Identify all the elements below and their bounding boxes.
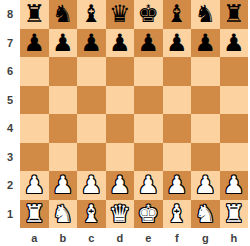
square-h8[interactable]: ♜: [220, 0, 249, 29]
piece-white-rook: ♜: [223, 200, 245, 229]
square-g8[interactable]: ♞: [191, 0, 220, 29]
square-h5[interactable]: [220, 86, 249, 115]
piece-black-rook: ♜: [223, 0, 245, 29]
square-d6[interactable]: [106, 57, 135, 86]
file-label-d: d: [106, 228, 135, 246]
square-h6[interactable]: [220, 57, 249, 86]
piece-black-pawn: ♟: [52, 29, 74, 58]
square-f2[interactable]: ♟: [163, 171, 192, 200]
square-a1[interactable]: ♜: [20, 200, 49, 229]
piece-white-bishop: ♝: [80, 200, 102, 229]
square-b8[interactable]: ♞: [49, 0, 78, 29]
piece-black-bishop: ♝: [80, 0, 102, 29]
square-e7[interactable]: ♟: [134, 29, 163, 58]
piece-black-knight: ♞: [52, 0, 74, 29]
piece-black-pawn: ♟: [137, 29, 159, 58]
square-c3[interactable]: [77, 143, 106, 172]
square-b3[interactable]: [49, 143, 78, 172]
square-c5[interactable]: [77, 86, 106, 115]
square-h2[interactable]: ♟: [220, 171, 249, 200]
square-a6[interactable]: [20, 57, 49, 86]
square-e4[interactable]: [134, 114, 163, 143]
file-label-c: c: [77, 228, 106, 246]
file-labels: abcdefgh: [20, 228, 248, 246]
rank-label-5: 5: [0, 86, 20, 115]
piece-white-queen: ♛: [109, 200, 131, 229]
piece-white-bishop: ♝: [166, 200, 188, 229]
piece-white-king: ♚: [137, 200, 159, 229]
file-label-b: b: [49, 228, 78, 246]
square-b4[interactable]: [49, 114, 78, 143]
square-d5[interactable]: [106, 86, 135, 115]
square-a8[interactable]: ♜: [20, 0, 49, 29]
rank-label-1: 1: [0, 200, 20, 229]
square-a4[interactable]: [20, 114, 49, 143]
square-b2[interactable]: ♟: [49, 171, 78, 200]
piece-white-pawn: ♟: [166, 171, 188, 200]
rank-label-8: 8: [0, 0, 20, 29]
piece-black-queen: ♛: [109, 0, 131, 29]
square-e6[interactable]: [134, 57, 163, 86]
piece-white-pawn: ♟: [52, 171, 74, 200]
corner-spacer: [0, 228, 20, 246]
piece-black-pawn: ♟: [80, 29, 102, 58]
piece-black-king: ♚: [137, 0, 159, 29]
board-layout: 87654321 ♜♞♝♛♚♝♞♜♟♟♟♟♟♟♟♟♟♟♟♟♟♟♟♟♜♞♝♛♚♝♞…: [0, 0, 250, 246]
square-g7[interactable]: ♟: [191, 29, 220, 58]
square-a7[interactable]: ♟: [20, 29, 49, 58]
square-f7[interactable]: ♟: [163, 29, 192, 58]
piece-black-pawn: ♟: [23, 29, 45, 58]
square-b5[interactable]: [49, 86, 78, 115]
piece-white-pawn: ♟: [23, 171, 45, 200]
square-h1[interactable]: ♜: [220, 200, 249, 229]
piece-black-pawn: ♟: [194, 29, 216, 58]
square-h3[interactable]: [220, 143, 249, 172]
square-g1[interactable]: ♞: [191, 200, 220, 229]
file-label-e: e: [134, 228, 163, 246]
piece-white-pawn: ♟: [80, 171, 102, 200]
rank-labels: 87654321: [0, 0, 20, 228]
file-label-h: h: [220, 228, 249, 246]
square-d7[interactable]: ♟: [106, 29, 135, 58]
square-d2[interactable]: ♟: [106, 171, 135, 200]
square-e1[interactable]: ♚: [134, 200, 163, 229]
piece-white-pawn: ♟: [223, 171, 245, 200]
square-g6[interactable]: [191, 57, 220, 86]
square-g2[interactable]: ♟: [191, 171, 220, 200]
square-a3[interactable]: [20, 143, 49, 172]
square-c2[interactable]: ♟: [77, 171, 106, 200]
square-d3[interactable]: [106, 143, 135, 172]
piece-black-pawn: ♟: [223, 29, 245, 58]
file-label-g: g: [191, 228, 220, 246]
square-h4[interactable]: [220, 114, 249, 143]
square-f3[interactable]: [163, 143, 192, 172]
square-g3[interactable]: [191, 143, 220, 172]
rank-label-2: 2: [0, 171, 20, 200]
square-a5[interactable]: [20, 86, 49, 115]
piece-black-pawn: ♟: [166, 29, 188, 58]
piece-white-pawn: ♟: [194, 171, 216, 200]
square-e8[interactable]: ♚: [134, 0, 163, 29]
piece-black-pawn: ♟: [109, 29, 131, 58]
square-f6[interactable]: [163, 57, 192, 86]
square-f1[interactable]: ♝: [163, 200, 192, 229]
square-e2[interactable]: ♟: [134, 171, 163, 200]
square-b6[interactable]: [49, 57, 78, 86]
square-g4[interactable]: [191, 114, 220, 143]
square-c6[interactable]: [77, 57, 106, 86]
piece-black-bishop: ♝: [166, 0, 188, 29]
square-f5[interactable]: [163, 86, 192, 115]
piece-black-knight: ♞: [194, 0, 216, 29]
square-f8[interactable]: ♝: [163, 0, 192, 29]
square-c1[interactable]: ♝: [77, 200, 106, 229]
rank-label-4: 4: [0, 114, 20, 143]
square-d4[interactable]: [106, 114, 135, 143]
square-h7[interactable]: ♟: [220, 29, 249, 58]
chess-board-diagram: 87654321 ♜♞♝♛♚♝♞♜♟♟♟♟♟♟♟♟♟♟♟♟♟♟♟♟♜♞♝♛♚♝♞…: [0, 0, 250, 246]
chess-board: ♜♞♝♛♚♝♞♜♟♟♟♟♟♟♟♟♟♟♟♟♟♟♟♟♜♞♝♛♚♝♞♜: [20, 0, 248, 228]
file-label-f: f: [163, 228, 192, 246]
square-e3[interactable]: [134, 143, 163, 172]
rank-label-7: 7: [0, 29, 20, 58]
square-f4[interactable]: [163, 114, 192, 143]
piece-black-rook: ♜: [23, 0, 45, 29]
file-label-a: a: [20, 228, 49, 246]
square-g5[interactable]: [191, 86, 220, 115]
piece-white-rook: ♜: [23, 200, 45, 229]
square-c7[interactable]: ♟: [77, 29, 106, 58]
piece-white-pawn: ♟: [137, 171, 159, 200]
rank-label-6: 6: [0, 57, 20, 86]
square-d1[interactable]: ♛: [106, 200, 135, 229]
square-b7[interactable]: ♟: [49, 29, 78, 58]
square-d8[interactable]: ♛: [106, 0, 135, 29]
square-a2[interactable]: ♟: [20, 171, 49, 200]
square-c8[interactable]: ♝: [77, 0, 106, 29]
square-c4[interactable]: [77, 114, 106, 143]
piece-white-pawn: ♟: [109, 171, 131, 200]
piece-white-knight: ♞: [194, 200, 216, 229]
square-b1[interactable]: ♞: [49, 200, 78, 229]
square-e5[interactable]: [134, 86, 163, 115]
rank-label-3: 3: [0, 143, 20, 172]
piece-white-knight: ♞: [52, 200, 74, 229]
